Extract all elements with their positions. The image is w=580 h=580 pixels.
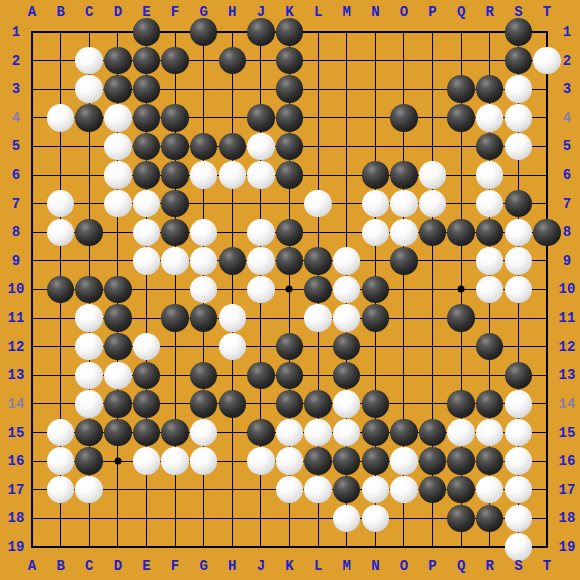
intersection-O7[interactable] (390, 189, 419, 218)
intersection-L8[interactable] (304, 218, 333, 247)
intersection-D17[interactable] (104, 475, 133, 504)
intersection-M15[interactable] (332, 418, 361, 447)
intersection-S1[interactable] (504, 18, 533, 47)
intersection-H17[interactable] (218, 475, 247, 504)
intersection-F8[interactable] (161, 218, 190, 247)
intersection-B1[interactable] (46, 18, 75, 47)
intersection-T7[interactable] (533, 189, 562, 218)
intersection-R2[interactable] (475, 46, 504, 75)
intersection-A2[interactable] (18, 46, 47, 75)
intersection-G1[interactable] (189, 18, 218, 47)
intersection-D9[interactable] (104, 247, 133, 276)
intersection-R17[interactable] (475, 475, 504, 504)
intersection-G4[interactable] (189, 104, 218, 133)
intersection-F11[interactable] (161, 304, 190, 333)
intersection-Q4[interactable] (447, 104, 476, 133)
intersection-D5[interactable] (104, 132, 133, 161)
intersection-M16[interactable] (332, 447, 361, 476)
intersection-Q19[interactable] (447, 533, 476, 562)
intersection-O12[interactable] (390, 332, 419, 361)
intersection-K13[interactable] (275, 361, 304, 390)
intersection-C2[interactable] (75, 46, 104, 75)
intersection-Q17[interactable] (447, 475, 476, 504)
intersection-D3[interactable] (104, 75, 133, 104)
intersection-L10[interactable] (304, 275, 333, 304)
intersection-K2[interactable] (275, 46, 304, 75)
intersection-S4[interactable] (504, 104, 533, 133)
intersection-S16[interactable] (504, 447, 533, 476)
intersection-N1[interactable] (361, 18, 390, 47)
intersection-R10[interactable] (475, 275, 504, 304)
intersection-O15[interactable] (390, 418, 419, 447)
intersection-R4[interactable] (475, 104, 504, 133)
intersection-D6[interactable] (104, 161, 133, 190)
intersection-K1[interactable] (275, 18, 304, 47)
intersection-H12[interactable] (218, 332, 247, 361)
intersection-D12[interactable] (104, 332, 133, 361)
intersection-A6[interactable] (18, 161, 47, 190)
intersection-L19[interactable] (304, 533, 333, 562)
intersection-S13[interactable] (504, 361, 533, 390)
intersection-K5[interactable] (275, 132, 304, 161)
intersection-Q5[interactable] (447, 132, 476, 161)
intersection-F12[interactable] (161, 332, 190, 361)
intersection-A7[interactable] (18, 189, 47, 218)
intersection-P10[interactable] (418, 275, 447, 304)
intersection-J13[interactable] (247, 361, 276, 390)
intersection-Q7[interactable] (447, 189, 476, 218)
intersection-J4[interactable] (247, 104, 276, 133)
intersection-O13[interactable] (390, 361, 419, 390)
intersection-P16[interactable] (418, 447, 447, 476)
intersection-G6[interactable] (189, 161, 218, 190)
intersection-E3[interactable] (132, 75, 161, 104)
intersection-P12[interactable] (418, 332, 447, 361)
intersection-B3[interactable] (46, 75, 75, 104)
intersection-M5[interactable] (332, 132, 361, 161)
intersection-T1[interactable] (533, 18, 562, 47)
intersection-D14[interactable] (104, 390, 133, 419)
intersection-G9[interactable] (189, 247, 218, 276)
intersection-F7[interactable] (161, 189, 190, 218)
intersection-K19[interactable] (275, 533, 304, 562)
intersection-M13[interactable] (332, 361, 361, 390)
intersection-F3[interactable] (161, 75, 190, 104)
intersection-G14[interactable] (189, 390, 218, 419)
intersection-G15[interactable] (189, 418, 218, 447)
intersection-J12[interactable] (247, 332, 276, 361)
intersection-R3[interactable] (475, 75, 504, 104)
intersection-K6[interactable] (275, 161, 304, 190)
intersection-B13[interactable] (46, 361, 75, 390)
intersection-L16[interactable] (304, 447, 333, 476)
intersection-P14[interactable] (418, 390, 447, 419)
intersection-E17[interactable] (132, 475, 161, 504)
intersection-B10[interactable] (46, 275, 75, 304)
intersection-S12[interactable] (504, 332, 533, 361)
intersection-Q6[interactable] (447, 161, 476, 190)
intersection-O11[interactable] (390, 304, 419, 333)
intersection-N16[interactable] (361, 447, 390, 476)
intersection-Q1[interactable] (447, 18, 476, 47)
intersection-C11[interactable] (75, 304, 104, 333)
intersection-N4[interactable] (361, 104, 390, 133)
intersection-D8[interactable] (104, 218, 133, 247)
intersection-B2[interactable] (46, 46, 75, 75)
intersection-P13[interactable] (418, 361, 447, 390)
intersection-L18[interactable] (304, 504, 333, 533)
intersection-J7[interactable] (247, 189, 276, 218)
intersection-B18[interactable] (46, 504, 75, 533)
intersection-P9[interactable] (418, 247, 447, 276)
intersection-A8[interactable] (18, 218, 47, 247)
intersection-K16[interactable] (275, 447, 304, 476)
intersection-S3[interactable] (504, 75, 533, 104)
intersection-B11[interactable] (46, 304, 75, 333)
intersection-M12[interactable] (332, 332, 361, 361)
intersection-R13[interactable] (475, 361, 504, 390)
intersection-P11[interactable] (418, 304, 447, 333)
intersection-K15[interactable] (275, 418, 304, 447)
intersection-D10[interactable] (104, 275, 133, 304)
intersection-G5[interactable] (189, 132, 218, 161)
intersection-H11[interactable] (218, 304, 247, 333)
intersection-H19[interactable] (218, 533, 247, 562)
intersection-C5[interactable] (75, 132, 104, 161)
intersection-C7[interactable] (75, 189, 104, 218)
intersection-H13[interactable] (218, 361, 247, 390)
intersection-O8[interactable] (390, 218, 419, 247)
intersection-F9[interactable] (161, 247, 190, 276)
intersection-F15[interactable] (161, 418, 190, 447)
intersection-J6[interactable] (247, 161, 276, 190)
intersection-O3[interactable] (390, 75, 419, 104)
intersection-A5[interactable] (18, 132, 47, 161)
intersection-Q9[interactable] (447, 247, 476, 276)
intersection-P19[interactable] (418, 533, 447, 562)
intersection-N12[interactable] (361, 332, 390, 361)
intersection-B16[interactable] (46, 447, 75, 476)
intersection-C3[interactable] (75, 75, 104, 104)
intersection-D1[interactable] (104, 18, 133, 47)
intersection-O5[interactable] (390, 132, 419, 161)
intersection-F4[interactable] (161, 104, 190, 133)
intersection-M8[interactable] (332, 218, 361, 247)
intersection-Q2[interactable] (447, 46, 476, 75)
intersection-O10[interactable] (390, 275, 419, 304)
intersection-A1[interactable] (18, 18, 47, 47)
intersection-K9[interactable] (275, 247, 304, 276)
intersection-O19[interactable] (390, 533, 419, 562)
intersection-K3[interactable] (275, 75, 304, 104)
intersection-N5[interactable] (361, 132, 390, 161)
intersection-L3[interactable] (304, 75, 333, 104)
intersection-P18[interactable] (418, 504, 447, 533)
intersection-J16[interactable] (247, 447, 276, 476)
intersection-D4[interactable] (104, 104, 133, 133)
intersection-C19[interactable] (75, 533, 104, 562)
intersection-S5[interactable] (504, 132, 533, 161)
intersection-G16[interactable] (189, 447, 218, 476)
intersection-J18[interactable] (247, 504, 276, 533)
intersection-T14[interactable] (533, 390, 562, 419)
intersection-G17[interactable] (189, 475, 218, 504)
intersection-J10[interactable] (247, 275, 276, 304)
intersection-S6[interactable] (504, 161, 533, 190)
intersection-A4[interactable] (18, 104, 47, 133)
intersection-H15[interactable] (218, 418, 247, 447)
intersection-T16[interactable] (533, 447, 562, 476)
intersection-N11[interactable] (361, 304, 390, 333)
intersection-N7[interactable] (361, 189, 390, 218)
intersection-G13[interactable] (189, 361, 218, 390)
intersection-E7[interactable] (132, 189, 161, 218)
intersection-M19[interactable] (332, 533, 361, 562)
intersection-T17[interactable] (533, 475, 562, 504)
intersection-J17[interactable] (247, 475, 276, 504)
intersection-C14[interactable] (75, 390, 104, 419)
intersection-O18[interactable] (390, 504, 419, 533)
intersection-P17[interactable] (418, 475, 447, 504)
intersection-C9[interactable] (75, 247, 104, 276)
intersection-K11[interactable] (275, 304, 304, 333)
intersection-H2[interactable] (218, 46, 247, 75)
intersection-B7[interactable] (46, 189, 75, 218)
intersection-F6[interactable] (161, 161, 190, 190)
intersection-R11[interactable] (475, 304, 504, 333)
intersection-E18[interactable] (132, 504, 161, 533)
intersection-F18[interactable] (161, 504, 190, 533)
intersection-J8[interactable] (247, 218, 276, 247)
intersection-S14[interactable] (504, 390, 533, 419)
intersection-G7[interactable] (189, 189, 218, 218)
intersection-J3[interactable] (247, 75, 276, 104)
intersection-J15[interactable] (247, 418, 276, 447)
intersection-L6[interactable] (304, 161, 333, 190)
intersection-S2[interactable] (504, 46, 533, 75)
intersection-G3[interactable] (189, 75, 218, 104)
intersection-B17[interactable] (46, 475, 75, 504)
intersection-L2[interactable] (304, 46, 333, 75)
intersection-H18[interactable] (218, 504, 247, 533)
intersection-T9[interactable] (533, 247, 562, 276)
intersection-T5[interactable] (533, 132, 562, 161)
intersection-J9[interactable] (247, 247, 276, 276)
intersection-K12[interactable] (275, 332, 304, 361)
intersection-F17[interactable] (161, 475, 190, 504)
intersection-B19[interactable] (46, 533, 75, 562)
intersection-O16[interactable] (390, 447, 419, 476)
intersection-A3[interactable] (18, 75, 47, 104)
intersection-Q3[interactable] (447, 75, 476, 104)
intersection-T3[interactable] (533, 75, 562, 104)
intersection-B4[interactable] (46, 104, 75, 133)
intersection-T6[interactable] (533, 161, 562, 190)
intersection-L9[interactable] (304, 247, 333, 276)
intersection-E10[interactable] (132, 275, 161, 304)
intersection-N10[interactable] (361, 275, 390, 304)
intersection-L12[interactable] (304, 332, 333, 361)
intersection-E8[interactable] (132, 218, 161, 247)
intersection-F5[interactable] (161, 132, 190, 161)
intersection-M18[interactable] (332, 504, 361, 533)
intersection-D2[interactable] (104, 46, 133, 75)
intersection-N8[interactable] (361, 218, 390, 247)
intersection-P15[interactable] (418, 418, 447, 447)
intersection-P4[interactable] (418, 104, 447, 133)
intersection-O17[interactable] (390, 475, 419, 504)
intersection-D13[interactable] (104, 361, 133, 390)
intersection-D7[interactable] (104, 189, 133, 218)
intersection-M10[interactable] (332, 275, 361, 304)
intersection-S11[interactable] (504, 304, 533, 333)
intersection-J2[interactable] (247, 46, 276, 75)
intersection-D19[interactable] (104, 533, 133, 562)
intersection-K18[interactable] (275, 504, 304, 533)
intersection-G19[interactable] (189, 533, 218, 562)
intersection-H9[interactable] (218, 247, 247, 276)
intersection-G8[interactable] (189, 218, 218, 247)
intersection-C10[interactable] (75, 275, 104, 304)
intersection-N15[interactable] (361, 418, 390, 447)
intersection-O1[interactable] (390, 18, 419, 47)
intersection-A9[interactable] (18, 247, 47, 276)
intersection-M9[interactable] (332, 247, 361, 276)
intersection-E4[interactable] (132, 104, 161, 133)
intersection-T15[interactable] (533, 418, 562, 447)
intersection-B12[interactable] (46, 332, 75, 361)
intersection-S15[interactable] (504, 418, 533, 447)
intersection-F13[interactable] (161, 361, 190, 390)
intersection-O2[interactable] (390, 46, 419, 75)
intersection-O4[interactable] (390, 104, 419, 133)
intersection-S9[interactable] (504, 247, 533, 276)
intersection-E1[interactable] (132, 18, 161, 47)
intersection-M1[interactable] (332, 18, 361, 47)
intersection-C1[interactable] (75, 18, 104, 47)
intersection-J19[interactable] (247, 533, 276, 562)
intersection-T11[interactable] (533, 304, 562, 333)
intersection-R5[interactable] (475, 132, 504, 161)
intersection-R1[interactable] (475, 18, 504, 47)
intersection-R6[interactable] (475, 161, 504, 190)
intersection-H6[interactable] (218, 161, 247, 190)
intersection-R18[interactable] (475, 504, 504, 533)
intersection-L17[interactable] (304, 475, 333, 504)
intersection-L13[interactable] (304, 361, 333, 390)
intersection-P8[interactable] (418, 218, 447, 247)
intersection-H10[interactable] (218, 275, 247, 304)
intersection-P2[interactable] (418, 46, 447, 75)
intersection-T18[interactable] (533, 504, 562, 533)
intersection-T12[interactable] (533, 332, 562, 361)
intersection-E5[interactable] (132, 132, 161, 161)
intersection-R7[interactable] (475, 189, 504, 218)
intersection-H4[interactable] (218, 104, 247, 133)
intersection-M7[interactable] (332, 189, 361, 218)
intersection-R9[interactable] (475, 247, 504, 276)
intersection-R16[interactable] (475, 447, 504, 476)
intersection-T8[interactable] (533, 218, 562, 247)
intersection-F1[interactable] (161, 18, 190, 47)
intersection-E14[interactable] (132, 390, 161, 419)
intersection-H14[interactable] (218, 390, 247, 419)
intersection-N14[interactable] (361, 390, 390, 419)
intersection-S18[interactable] (504, 504, 533, 533)
intersection-F14[interactable] (161, 390, 190, 419)
intersection-E9[interactable] (132, 247, 161, 276)
intersection-H5[interactable] (218, 132, 247, 161)
intersection-T19[interactable] (533, 533, 562, 562)
intersection-G10[interactable] (189, 275, 218, 304)
intersection-Q13[interactable] (447, 361, 476, 390)
intersection-H3[interactable] (218, 75, 247, 104)
intersection-Q16[interactable] (447, 447, 476, 476)
intersection-O14[interactable] (390, 390, 419, 419)
intersection-R12[interactable] (475, 332, 504, 361)
intersection-E19[interactable] (132, 533, 161, 562)
intersection-N3[interactable] (361, 75, 390, 104)
intersection-P7[interactable] (418, 189, 447, 218)
intersection-C15[interactable] (75, 418, 104, 447)
intersection-N6[interactable] (361, 161, 390, 190)
intersection-Q15[interactable] (447, 418, 476, 447)
intersection-R8[interactable] (475, 218, 504, 247)
intersection-K8[interactable] (275, 218, 304, 247)
intersection-M6[interactable] (332, 161, 361, 190)
intersection-Q11[interactable] (447, 304, 476, 333)
intersection-F19[interactable] (161, 533, 190, 562)
intersection-G11[interactable] (189, 304, 218, 333)
intersection-S10[interactable] (504, 275, 533, 304)
intersection-L1[interactable] (304, 18, 333, 47)
intersection-J1[interactable] (247, 18, 276, 47)
intersection-E12[interactable] (132, 332, 161, 361)
intersection-E6[interactable] (132, 161, 161, 190)
intersection-G18[interactable] (189, 504, 218, 533)
intersection-M11[interactable] (332, 304, 361, 333)
intersection-N17[interactable] (361, 475, 390, 504)
intersection-N19[interactable] (361, 533, 390, 562)
intersection-S8[interactable] (504, 218, 533, 247)
intersection-K4[interactable] (275, 104, 304, 133)
intersection-H1[interactable] (218, 18, 247, 47)
intersection-L7[interactable] (304, 189, 333, 218)
intersection-H16[interactable] (218, 447, 247, 476)
intersection-D15[interactable] (104, 418, 133, 447)
intersection-B9[interactable] (46, 247, 75, 276)
intersection-B14[interactable] (46, 390, 75, 419)
intersection-C4[interactable] (75, 104, 104, 133)
intersection-O6[interactable] (390, 161, 419, 190)
intersection-L5[interactable] (304, 132, 333, 161)
intersection-J14[interactable] (247, 390, 276, 419)
intersection-H8[interactable] (218, 218, 247, 247)
intersection-P5[interactable] (418, 132, 447, 161)
intersection-G12[interactable] (189, 332, 218, 361)
intersection-R14[interactable] (475, 390, 504, 419)
intersection-M4[interactable] (332, 104, 361, 133)
intersection-C17[interactable] (75, 475, 104, 504)
intersection-E13[interactable] (132, 361, 161, 390)
intersection-T13[interactable] (533, 361, 562, 390)
intersection-D11[interactable] (104, 304, 133, 333)
intersection-S7[interactable] (504, 189, 533, 218)
intersection-E2[interactable] (132, 46, 161, 75)
intersection-T2[interactable] (533, 46, 562, 75)
intersection-R19[interactable] (475, 533, 504, 562)
intersection-D18[interactable] (104, 504, 133, 533)
